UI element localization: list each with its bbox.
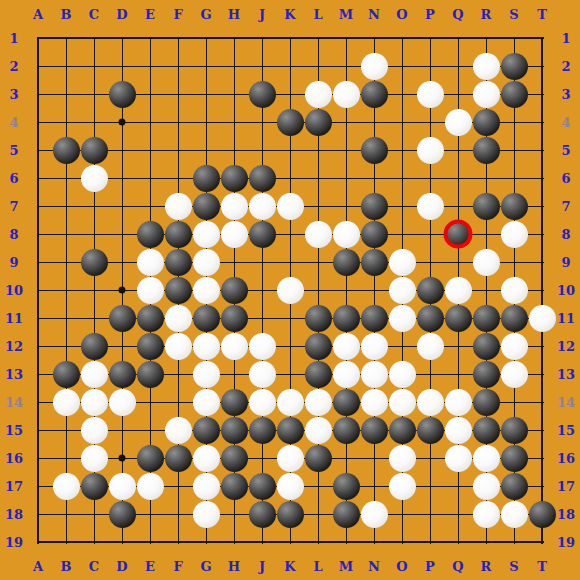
intersection-P18[interactable]	[416, 500, 444, 528]
intersection-N19[interactable]	[360, 528, 388, 556]
intersection-D3[interactable]	[108, 80, 136, 108]
intersection-S19[interactable]	[500, 528, 528, 556]
intersection-Q15[interactable]	[444, 416, 472, 444]
intersection-O17[interactable]	[388, 472, 416, 500]
intersection-F2[interactable]	[164, 52, 192, 80]
intersection-R16[interactable]	[472, 444, 500, 472]
intersection-J13[interactable]	[248, 360, 276, 388]
intersection-H15[interactable]	[220, 416, 248, 444]
intersection-Q1[interactable]	[444, 24, 472, 52]
intersection-L17[interactable]	[304, 472, 332, 500]
intersection-D13[interactable]	[108, 360, 136, 388]
intersection-R15[interactable]	[472, 416, 500, 444]
intersection-T4[interactable]	[528, 108, 556, 136]
intersection-C17[interactable]	[80, 472, 108, 500]
intersection-O5[interactable]	[388, 136, 416, 164]
intersection-O12[interactable]	[388, 332, 416, 360]
intersection-A12[interactable]	[24, 332, 52, 360]
intersection-K5[interactable]	[276, 136, 304, 164]
intersection-E1[interactable]	[136, 24, 164, 52]
intersection-C7[interactable]	[80, 192, 108, 220]
intersection-E17[interactable]	[136, 472, 164, 500]
intersection-T8[interactable]	[528, 220, 556, 248]
intersection-N15[interactable]	[360, 416, 388, 444]
intersection-A9[interactable]	[24, 248, 52, 276]
intersection-L13[interactable]	[304, 360, 332, 388]
intersection-T6[interactable]	[528, 164, 556, 192]
intersection-E13[interactable]	[136, 360, 164, 388]
intersection-J12[interactable]	[248, 332, 276, 360]
intersection-G5[interactable]	[192, 136, 220, 164]
intersection-A7[interactable]	[24, 192, 52, 220]
intersection-G2[interactable]	[192, 52, 220, 80]
intersection-F13[interactable]	[164, 360, 192, 388]
intersection-T10[interactable]	[528, 276, 556, 304]
intersection-H10[interactable]	[220, 276, 248, 304]
intersection-O9[interactable]	[388, 248, 416, 276]
intersection-M15[interactable]	[332, 416, 360, 444]
intersection-M6[interactable]	[332, 164, 360, 192]
intersection-P16[interactable]	[416, 444, 444, 472]
intersection-N6[interactable]	[360, 164, 388, 192]
intersection-H5[interactable]	[220, 136, 248, 164]
intersection-K3[interactable]	[276, 80, 304, 108]
intersection-F17[interactable]	[164, 472, 192, 500]
intersection-C16[interactable]	[80, 444, 108, 472]
intersection-O2[interactable]	[388, 52, 416, 80]
intersection-O11[interactable]	[388, 304, 416, 332]
intersection-Q14[interactable]	[444, 388, 472, 416]
intersection-J8[interactable]	[248, 220, 276, 248]
intersection-E11[interactable]	[136, 304, 164, 332]
intersection-P12[interactable]	[416, 332, 444, 360]
intersection-M11[interactable]	[332, 304, 360, 332]
intersection-A3[interactable]	[24, 80, 52, 108]
intersection-M12[interactable]	[332, 332, 360, 360]
intersection-G19[interactable]	[192, 528, 220, 556]
intersection-H17[interactable]	[220, 472, 248, 500]
intersection-S12[interactable]	[500, 332, 528, 360]
intersection-N10[interactable]	[360, 276, 388, 304]
intersection-O3[interactable]	[388, 80, 416, 108]
intersection-M1[interactable]	[332, 24, 360, 52]
intersection-E2[interactable]	[136, 52, 164, 80]
intersection-S7[interactable]	[500, 192, 528, 220]
intersection-G17[interactable]	[192, 472, 220, 500]
intersection-M9[interactable]	[332, 248, 360, 276]
intersection-M18[interactable]	[332, 500, 360, 528]
intersection-E16[interactable]	[136, 444, 164, 472]
intersection-T19[interactable]	[528, 528, 556, 556]
intersection-A11[interactable]	[24, 304, 52, 332]
intersection-E15[interactable]	[136, 416, 164, 444]
intersection-P7[interactable]	[416, 192, 444, 220]
intersection-H11[interactable]	[220, 304, 248, 332]
intersection-N13[interactable]	[360, 360, 388, 388]
intersection-T5[interactable]	[528, 136, 556, 164]
intersection-H8[interactable]	[220, 220, 248, 248]
intersection-R13[interactable]	[472, 360, 500, 388]
intersection-L18[interactable]	[304, 500, 332, 528]
intersection-P8[interactable]	[416, 220, 444, 248]
intersection-H1[interactable]	[220, 24, 248, 52]
intersection-Q12[interactable]	[444, 332, 472, 360]
intersection-T3[interactable]	[528, 80, 556, 108]
intersection-B9[interactable]	[52, 248, 80, 276]
intersection-D1[interactable]	[108, 24, 136, 52]
intersection-K15[interactable]	[276, 416, 304, 444]
intersection-Q6[interactable]	[444, 164, 472, 192]
intersection-S5[interactable]	[500, 136, 528, 164]
intersection-A17[interactable]	[24, 472, 52, 500]
intersection-R14[interactable]	[472, 388, 500, 416]
intersection-K14[interactable]	[276, 388, 304, 416]
intersection-H13[interactable]	[220, 360, 248, 388]
intersection-B19[interactable]	[52, 528, 80, 556]
intersection-N4[interactable]	[360, 108, 388, 136]
intersection-D9[interactable]	[108, 248, 136, 276]
intersection-O18[interactable]	[388, 500, 416, 528]
intersection-J17[interactable]	[248, 472, 276, 500]
intersection-N16[interactable]	[360, 444, 388, 472]
intersection-G6[interactable]	[192, 164, 220, 192]
intersection-N14[interactable]	[360, 388, 388, 416]
intersection-M17[interactable]	[332, 472, 360, 500]
intersection-N2[interactable]	[360, 52, 388, 80]
intersection-E7[interactable]	[136, 192, 164, 220]
intersection-S9[interactable]	[500, 248, 528, 276]
intersection-E18[interactable]	[136, 500, 164, 528]
intersection-Q19[interactable]	[444, 528, 472, 556]
intersection-D18[interactable]	[108, 500, 136, 528]
intersection-K8[interactable]	[276, 220, 304, 248]
intersection-E5[interactable]	[136, 136, 164, 164]
intersection-P4[interactable]	[416, 108, 444, 136]
intersection-G15[interactable]	[192, 416, 220, 444]
intersection-H6[interactable]	[220, 164, 248, 192]
intersection-B2[interactable]	[52, 52, 80, 80]
intersection-D16[interactable]	[108, 444, 136, 472]
intersection-D12[interactable]	[108, 332, 136, 360]
intersection-F5[interactable]	[164, 136, 192, 164]
intersection-S2[interactable]	[500, 52, 528, 80]
board-grid[interactable]	[24, 24, 556, 556]
intersection-H12[interactable]	[220, 332, 248, 360]
intersection-F14[interactable]	[164, 388, 192, 416]
intersection-O10[interactable]	[388, 276, 416, 304]
intersection-J15[interactable]	[248, 416, 276, 444]
intersection-S10[interactable]	[500, 276, 528, 304]
intersection-Q3[interactable]	[444, 80, 472, 108]
intersection-J9[interactable]	[248, 248, 276, 276]
intersection-P13[interactable]	[416, 360, 444, 388]
intersection-D10[interactable]	[108, 276, 136, 304]
intersection-G3[interactable]	[192, 80, 220, 108]
intersection-D5[interactable]	[108, 136, 136, 164]
intersection-B14[interactable]	[52, 388, 80, 416]
intersection-G10[interactable]	[192, 276, 220, 304]
intersection-R1[interactable]	[472, 24, 500, 52]
intersection-A5[interactable]	[24, 136, 52, 164]
intersection-P9[interactable]	[416, 248, 444, 276]
intersection-J1[interactable]	[248, 24, 276, 52]
intersection-A6[interactable]	[24, 164, 52, 192]
intersection-T1[interactable]	[528, 24, 556, 52]
intersection-P5[interactable]	[416, 136, 444, 164]
intersection-G12[interactable]	[192, 332, 220, 360]
intersection-L4[interactable]	[304, 108, 332, 136]
intersection-Q7[interactable]	[444, 192, 472, 220]
intersection-E14[interactable]	[136, 388, 164, 416]
intersection-N3[interactable]	[360, 80, 388, 108]
intersection-A2[interactable]	[24, 52, 52, 80]
intersection-C13[interactable]	[80, 360, 108, 388]
intersection-L12[interactable]	[304, 332, 332, 360]
intersection-S3[interactable]	[500, 80, 528, 108]
intersection-R9[interactable]	[472, 248, 500, 276]
intersection-M3[interactable]	[332, 80, 360, 108]
intersection-L9[interactable]	[304, 248, 332, 276]
intersection-R18[interactable]	[472, 500, 500, 528]
intersection-P2[interactable]	[416, 52, 444, 80]
intersection-J11[interactable]	[248, 304, 276, 332]
intersection-H2[interactable]	[220, 52, 248, 80]
intersection-K11[interactable]	[276, 304, 304, 332]
intersection-J14[interactable]	[248, 388, 276, 416]
intersection-Q17[interactable]	[444, 472, 472, 500]
intersection-O16[interactable]	[388, 444, 416, 472]
intersection-J6[interactable]	[248, 164, 276, 192]
intersection-L14[interactable]	[304, 388, 332, 416]
intersection-P6[interactable]	[416, 164, 444, 192]
intersection-K12[interactable]	[276, 332, 304, 360]
intersection-L5[interactable]	[304, 136, 332, 164]
intersection-Q16[interactable]	[444, 444, 472, 472]
intersection-R2[interactable]	[472, 52, 500, 80]
intersection-K9[interactable]	[276, 248, 304, 276]
intersection-E4[interactable]	[136, 108, 164, 136]
intersection-D8[interactable]	[108, 220, 136, 248]
intersection-N9[interactable]	[360, 248, 388, 276]
intersection-L3[interactable]	[304, 80, 332, 108]
intersection-C6[interactable]	[80, 164, 108, 192]
intersection-D4[interactable]	[108, 108, 136, 136]
intersection-M7[interactable]	[332, 192, 360, 220]
intersection-K7[interactable]	[276, 192, 304, 220]
intersection-A4[interactable]	[24, 108, 52, 136]
intersection-R10[interactable]	[472, 276, 500, 304]
intersection-K4[interactable]	[276, 108, 304, 136]
intersection-Q11[interactable]	[444, 304, 472, 332]
intersection-J2[interactable]	[248, 52, 276, 80]
intersection-K18[interactable]	[276, 500, 304, 528]
intersection-K16[interactable]	[276, 444, 304, 472]
intersection-F9[interactable]	[164, 248, 192, 276]
intersection-H19[interactable]	[220, 528, 248, 556]
intersection-A15[interactable]	[24, 416, 52, 444]
intersection-P11[interactable]	[416, 304, 444, 332]
intersection-K19[interactable]	[276, 528, 304, 556]
intersection-Q10[interactable]	[444, 276, 472, 304]
intersection-G13[interactable]	[192, 360, 220, 388]
intersection-N8[interactable]	[360, 220, 388, 248]
intersection-Q5[interactable]	[444, 136, 472, 164]
intersection-T15[interactable]	[528, 416, 556, 444]
intersection-H4[interactable]	[220, 108, 248, 136]
intersection-F18[interactable]	[164, 500, 192, 528]
intersection-R11[interactable]	[472, 304, 500, 332]
intersection-P1[interactable]	[416, 24, 444, 52]
intersection-L10[interactable]	[304, 276, 332, 304]
intersection-M5[interactable]	[332, 136, 360, 164]
intersection-T2[interactable]	[528, 52, 556, 80]
intersection-R6[interactable]	[472, 164, 500, 192]
intersection-R4[interactable]	[472, 108, 500, 136]
intersection-J19[interactable]	[248, 528, 276, 556]
intersection-G18[interactable]	[192, 500, 220, 528]
intersection-L7[interactable]	[304, 192, 332, 220]
intersection-O7[interactable]	[388, 192, 416, 220]
intersection-D7[interactable]	[108, 192, 136, 220]
intersection-E6[interactable]	[136, 164, 164, 192]
intersection-L19[interactable]	[304, 528, 332, 556]
intersection-S18[interactable]	[500, 500, 528, 528]
intersection-Q18[interactable]	[444, 500, 472, 528]
intersection-G4[interactable]	[192, 108, 220, 136]
intersection-G14[interactable]	[192, 388, 220, 416]
intersection-P15[interactable]	[416, 416, 444, 444]
intersection-D15[interactable]	[108, 416, 136, 444]
intersection-M2[interactable]	[332, 52, 360, 80]
intersection-T14[interactable]	[528, 388, 556, 416]
intersection-A18[interactable]	[24, 500, 52, 528]
intersection-J10[interactable]	[248, 276, 276, 304]
intersection-S15[interactable]	[500, 416, 528, 444]
intersection-E10[interactable]	[136, 276, 164, 304]
intersection-S6[interactable]	[500, 164, 528, 192]
intersection-A10[interactable]	[24, 276, 52, 304]
intersection-T12[interactable]	[528, 332, 556, 360]
intersection-R17[interactable]	[472, 472, 500, 500]
intersection-R12[interactable]	[472, 332, 500, 360]
intersection-R19[interactable]	[472, 528, 500, 556]
intersection-N12[interactable]	[360, 332, 388, 360]
intersection-S16[interactable]	[500, 444, 528, 472]
intersection-B7[interactable]	[52, 192, 80, 220]
intersection-B11[interactable]	[52, 304, 80, 332]
intersection-B17[interactable]	[52, 472, 80, 500]
intersection-D17[interactable]	[108, 472, 136, 500]
intersection-J3[interactable]	[248, 80, 276, 108]
intersection-D19[interactable]	[108, 528, 136, 556]
intersection-T7[interactable]	[528, 192, 556, 220]
intersection-B12[interactable]	[52, 332, 80, 360]
intersection-L8[interactable]	[304, 220, 332, 248]
intersection-A8[interactable]	[24, 220, 52, 248]
intersection-C15[interactable]	[80, 416, 108, 444]
intersection-T17[interactable]	[528, 472, 556, 500]
intersection-H3[interactable]	[220, 80, 248, 108]
intersection-T13[interactable]	[528, 360, 556, 388]
intersection-M19[interactable]	[332, 528, 360, 556]
intersection-P14[interactable]	[416, 388, 444, 416]
intersection-N17[interactable]	[360, 472, 388, 500]
intersection-J16[interactable]	[248, 444, 276, 472]
intersection-S13[interactable]	[500, 360, 528, 388]
intersection-F7[interactable]	[164, 192, 192, 220]
intersection-G9[interactable]	[192, 248, 220, 276]
intersection-O13[interactable]	[388, 360, 416, 388]
intersection-T18[interactable]	[528, 500, 556, 528]
intersection-M13[interactable]	[332, 360, 360, 388]
intersection-K10[interactable]	[276, 276, 304, 304]
intersection-H16[interactable]	[220, 444, 248, 472]
intersection-H14[interactable]	[220, 388, 248, 416]
intersection-D6[interactable]	[108, 164, 136, 192]
intersection-K2[interactable]	[276, 52, 304, 80]
intersection-C4[interactable]	[80, 108, 108, 136]
intersection-F4[interactable]	[164, 108, 192, 136]
intersection-F16[interactable]	[164, 444, 192, 472]
intersection-F12[interactable]	[164, 332, 192, 360]
intersection-N5[interactable]	[360, 136, 388, 164]
intersection-C9[interactable]	[80, 248, 108, 276]
intersection-L2[interactable]	[304, 52, 332, 80]
intersection-K6[interactable]	[276, 164, 304, 192]
intersection-L16[interactable]	[304, 444, 332, 472]
intersection-C2[interactable]	[80, 52, 108, 80]
intersection-S17[interactable]	[500, 472, 528, 500]
intersection-H18[interactable]	[220, 500, 248, 528]
intersection-F19[interactable]	[164, 528, 192, 556]
intersection-B6[interactable]	[52, 164, 80, 192]
intersection-B13[interactable]	[52, 360, 80, 388]
intersection-C8[interactable]	[80, 220, 108, 248]
intersection-F11[interactable]	[164, 304, 192, 332]
intersection-P19[interactable]	[416, 528, 444, 556]
intersection-B1[interactable]	[52, 24, 80, 52]
intersection-M16[interactable]	[332, 444, 360, 472]
intersection-F6[interactable]	[164, 164, 192, 192]
intersection-J5[interactable]	[248, 136, 276, 164]
intersection-N1[interactable]	[360, 24, 388, 52]
intersection-D11[interactable]	[108, 304, 136, 332]
intersection-R8[interactable]	[472, 220, 500, 248]
intersection-L11[interactable]	[304, 304, 332, 332]
intersection-M8[interactable]	[332, 220, 360, 248]
intersection-P3[interactable]	[416, 80, 444, 108]
intersection-S4[interactable]	[500, 108, 528, 136]
intersection-Q13[interactable]	[444, 360, 472, 388]
intersection-S8[interactable]	[500, 220, 528, 248]
intersection-L1[interactable]	[304, 24, 332, 52]
intersection-L6[interactable]	[304, 164, 332, 192]
intersection-C1[interactable]	[80, 24, 108, 52]
intersection-C3[interactable]	[80, 80, 108, 108]
intersection-F1[interactable]	[164, 24, 192, 52]
intersection-H7[interactable]	[220, 192, 248, 220]
intersection-B4[interactable]	[52, 108, 80, 136]
intersection-D14[interactable]	[108, 388, 136, 416]
intersection-N7[interactable]	[360, 192, 388, 220]
intersection-B15[interactable]	[52, 416, 80, 444]
intersection-J18[interactable]	[248, 500, 276, 528]
intersection-M10[interactable]	[332, 276, 360, 304]
intersection-G8[interactable]	[192, 220, 220, 248]
intersection-G1[interactable]	[192, 24, 220, 52]
intersection-O14[interactable]	[388, 388, 416, 416]
intersection-K13[interactable]	[276, 360, 304, 388]
